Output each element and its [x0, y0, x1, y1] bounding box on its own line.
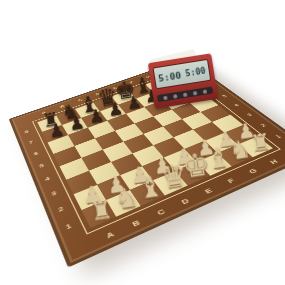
clock-body: 5:00 5:00: [148, 53, 218, 108]
coord-label: 4: [36, 169, 59, 190]
coord-label: 5: [31, 156, 53, 175]
clock-button[interactable]: [173, 94, 178, 99]
clock-button[interactable]: [183, 92, 188, 97]
coord-label: 2: [48, 197, 74, 221]
clock-button[interactable]: [163, 95, 168, 100]
digital-chess-clock: 5:00 5:00: [147, 50, 218, 111]
piece-black-pawn[interactable]: ♟: [67, 113, 85, 133]
coord-label: B: [119, 211, 153, 236]
coord-label: H: [257, 152, 285, 171]
chess-board: ♜♞♝♛♚♝♞♜♟♟♟♟♟♟♟♟♟♟♟♟♟♟♟♟♜♞♝♛♚♝♞♜ ABCDEFG…: [9, 58, 285, 267]
coord-label: 4: [224, 98, 249, 112]
coord-label: 6: [26, 145, 47, 163]
square-f4[interactable]: [163, 119, 193, 137]
coord-label: A: [93, 222, 127, 248]
coord-label: C: [144, 200, 178, 224]
board-orientation: ♜♞♝♛♚♝♞♜♟♟♟♟♟♟♟♟♟♟♟♟♟♟♟♟♜♞♝♛♚♝♞♜ ABCDEFG…: [0, 0, 285, 285]
coord-label: D: [169, 190, 203, 213]
coord-label: 1: [55, 214, 82, 240]
clock-buttons[interactable]: [157, 86, 213, 102]
piece-white-bishop[interactable]: ♝: [135, 171, 164, 203]
coord-label: 3: [42, 183, 67, 205]
clock-button[interactable]: [203, 89, 208, 94]
clock-button[interactable]: [193, 90, 198, 95]
piece-black-pawn[interactable]: ♟: [87, 106, 105, 126]
coord-label: E: [192, 180, 226, 202]
piece-white-rook[interactable]: ♜: [249, 129, 272, 155]
piece-white-knight[interactable]: ♞: [112, 184, 139, 214]
coord-label: 7: [21, 134, 41, 150]
clock-display: 5:00 5:00: [153, 59, 212, 89]
piece-white-rook[interactable]: ♜: [88, 196, 115, 225]
coord-label: G: [236, 161, 269, 181]
clock-left-time: 5:00: [157, 69, 181, 83]
coord-label: F: [215, 171, 248, 192]
photo-stage: ♜♞♝♛♚♝♞♜♟♟♟♟♟♟♟♟♟♟♟♟♟♟♟♟♜♞♝♛♚♝♞♜ ABCDEFG…: [0, 0, 285, 285]
clock-right-time: 5:00: [185, 65, 207, 78]
coord-label: 8: [17, 124, 36, 139]
